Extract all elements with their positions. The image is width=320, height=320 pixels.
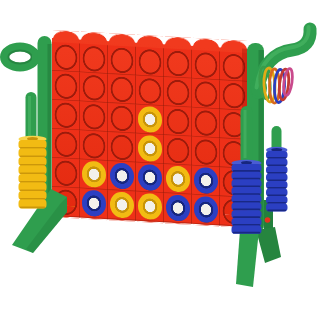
board-cell: [108, 190, 136, 221]
board-cell: [192, 194, 220, 225]
blue-disc: [110, 163, 134, 190]
blue-disc: [82, 190, 106, 217]
blue-disc: [194, 167, 218, 194]
board-cell: [80, 130, 108, 161]
board-grid: [52, 42, 248, 227]
yellow-disc: [166, 166, 190, 193]
board-cell: [136, 104, 164, 135]
board-cell: [108, 103, 136, 134]
board-cell: [136, 162, 164, 193]
board-cell: [192, 107, 220, 138]
board-cell: [136, 191, 164, 222]
board-cell: [164, 106, 192, 137]
board-cell: [52, 100, 80, 131]
board-cell: [52, 42, 80, 73]
board-cell: [192, 136, 220, 167]
board-cell: [80, 43, 108, 74]
board-cell: [164, 48, 192, 79]
giant-connect-four-product-image: [0, 0, 320, 320]
yellow-disc: [110, 192, 134, 219]
board-cell: [108, 132, 136, 163]
board-cell: [136, 75, 164, 106]
board-cell: [164, 135, 192, 166]
board-cell: [80, 159, 108, 190]
board-cell: [52, 187, 80, 218]
yellow-disc: [82, 161, 106, 188]
board-cell: [108, 161, 136, 192]
blue-disc: [194, 196, 218, 223]
yellow-disc: [138, 135, 162, 162]
board-cell: [52, 71, 80, 102]
yellow-disc: [138, 193, 162, 220]
board-cell: [80, 188, 108, 219]
board-cell: [108, 74, 136, 105]
board-cell: [52, 129, 80, 160]
blue-disc: [166, 195, 190, 222]
board-cell: [108, 45, 136, 76]
board-cell: [164, 164, 192, 195]
yellow-disc: [138, 106, 162, 133]
board-cell: [164, 193, 192, 224]
board-cell: [136, 46, 164, 77]
board-cell: [192, 49, 220, 80]
board-cell: [136, 133, 164, 164]
board-cell: [80, 72, 108, 103]
connect-four-board: [52, 30, 248, 233]
board-cell: [192, 165, 220, 196]
board-cell: [164, 77, 192, 108]
board-cell: [52, 158, 80, 189]
board-cell: [80, 101, 108, 132]
board-cell: [192, 78, 220, 109]
blue-disc: [138, 164, 162, 191]
board-right-edge-shade: [242, 49, 248, 216]
